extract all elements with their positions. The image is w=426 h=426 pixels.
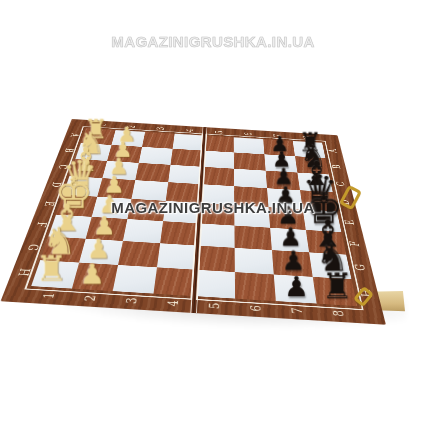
- piece-wR-h1: ♜: [36, 251, 68, 286]
- piece-cell-c6: [234, 169, 267, 189]
- piece-cell-f4: [160, 221, 199, 245]
- piece-cell-h2: ♟: [72, 263, 118, 292]
- piece-bR-h8: ♜: [321, 268, 353, 303]
- rank-label-top-5: 5: [210, 125, 228, 140]
- piece-cell-f5: [197, 223, 234, 247]
- rank-label-top-4: 4: [180, 123, 199, 138]
- piece-cell-h3: [113, 265, 157, 294]
- piece-cell-c3: [135, 163, 170, 182]
- piece-cell-d3: [131, 180, 168, 201]
- rank-label-top-3: 3: [151, 121, 171, 136]
- rank-label-top-8: 8: [297, 130, 317, 146]
- piece-cell-f3: [123, 219, 163, 243]
- piece-cell-h7: ♟: [274, 274, 317, 303]
- piece-cell-g5: [196, 246, 235, 273]
- chess-board: 12345678 12345678 ABCDEFGH ABCDEFGH ♜♟♟♜…: [1, 119, 386, 325]
- file-label-left-a: A: [58, 130, 91, 141]
- piece-cell-h5: [194, 270, 235, 299]
- pieces-layer: ♜♟♟♜♞♟♟♞♝♟♟♝♛♟♟♛♚♟♟♚♝♟♟♝♞♟♟♞♜♟♟♜: [31, 128, 357, 306]
- piece-cell-h8: ♜: [313, 277, 358, 306]
- piece-wP-h2: ♟: [80, 261, 105, 289]
- watermark-middle: MAGAZINIGRUSHKA.IN.UA: [0, 199, 426, 216]
- piece-cell-b6: [234, 152, 266, 170]
- piece-cell-g3: [118, 241, 160, 267]
- piece-cell-b3: [139, 147, 173, 165]
- piece-cell-b4: [171, 149, 204, 167]
- piece-bP-h7: ♟: [284, 273, 309, 301]
- product-photo-stage: MAGAZINIGRUSHKA.IN.UA 12345678 12345678 …: [0, 0, 426, 426]
- rank-label-top-6: 6: [239, 126, 257, 141]
- rank-label-top-2: 2: [121, 119, 142, 134]
- piece-cell-g6: [235, 248, 274, 275]
- piece-cell-f6: [234, 226, 271, 251]
- watermark-top: MAGAZINIGRUSHKA.IN.UA: [0, 33, 426, 50]
- piece-cell-h6: [235, 272, 276, 301]
- rank-label-top-7: 7: [268, 128, 287, 143]
- piece-cell-b5: [202, 151, 234, 169]
- file-label-right-a: A: [317, 145, 349, 156]
- piece-cell-g4: [157, 243, 197, 269]
- piece-cell-h4: [153, 267, 195, 296]
